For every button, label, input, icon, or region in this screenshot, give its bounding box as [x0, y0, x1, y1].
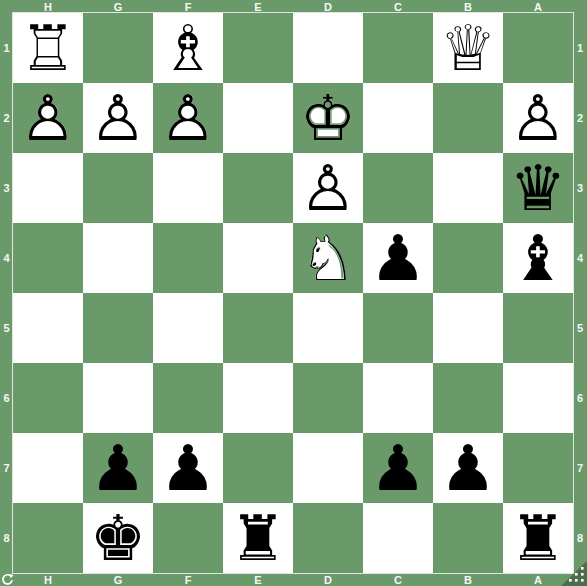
square-a6[interactable] — [503, 363, 573, 433]
flip-board-button[interactable] — [1, 572, 14, 585]
piece-white-rook-h1[interactable]: ♜♖ — [13, 13, 83, 83]
rank-label-7: 7 — [573, 433, 587, 503]
square-a2[interactable]: ♟♙ — [503, 83, 573, 153]
rank-label-6: 6 — [573, 363, 587, 433]
pawn-glyph: ♟ — [433, 433, 503, 503]
file-label-b: B — [433, 573, 503, 586]
square-c5[interactable] — [363, 293, 433, 363]
bishop-glyph: ♝ — [503, 223, 573, 293]
square-b8[interactable] — [433, 503, 503, 573]
file-label-a: A — [503, 0, 573, 13]
king-glyph: ♚ — [293, 83, 363, 153]
bishop-outline-glyph: ♗ — [153, 13, 223, 83]
piece-black-pawn-g7[interactable]: ♟ — [83, 433, 153, 503]
square-e1[interactable] — [223, 13, 293, 83]
chess-board[interactable]: ♜♖♝♗♛♕♟♙♟♙♟♙♚♔♟♙♟♙♛♞♘♟♝♟♟♟♟♚♜♜ — [13, 13, 573, 573]
square-e2[interactable] — [223, 83, 293, 153]
rook-outline-glyph: ♖ — [13, 13, 83, 83]
piece-white-pawn-h2[interactable]: ♟♙ — [13, 83, 83, 153]
bishop-glyph: ♝ — [153, 13, 223, 83]
rank-label-7: 7 — [0, 433, 13, 503]
square-d6[interactable] — [293, 363, 363, 433]
square-h5[interactable] — [13, 293, 83, 363]
flip-board-icon — [1, 573, 14, 586]
piece-white-queen-b1[interactable]: ♛♕ — [433, 13, 503, 83]
square-c3[interactable] — [363, 153, 433, 223]
file-labels-bottom: HGFEDCBA — [13, 573, 573, 586]
queen-glyph: ♛ — [503, 153, 573, 223]
rank-label-4: 4 — [0, 223, 13, 293]
pawn-outline-glyph: ♙ — [503, 83, 573, 153]
square-e3[interactable] — [223, 153, 293, 223]
rank-label-5: 5 — [573, 293, 587, 363]
square-h6[interactable] — [13, 363, 83, 433]
square-f7[interactable]: ♟ — [153, 433, 223, 503]
square-a4[interactable]: ♝ — [503, 223, 573, 293]
square-c1[interactable] — [363, 13, 433, 83]
piece-white-knight-d4[interactable]: ♞♘ — [293, 223, 363, 293]
pawn-glyph: ♟ — [153, 433, 223, 503]
square-c7[interactable]: ♟ — [363, 433, 433, 503]
square-b1[interactable]: ♛♕ — [433, 13, 503, 83]
file-label-c: C — [363, 573, 433, 586]
square-g4[interactable] — [83, 223, 153, 293]
square-g8[interactable]: ♚ — [83, 503, 153, 573]
rank-label-2: 2 — [573, 83, 587, 153]
queen-outline-glyph: ♕ — [433, 13, 503, 83]
file-label-g: G — [83, 0, 153, 13]
piece-black-king-g8[interactable]: ♚ — [83, 503, 153, 573]
piece-white-pawn-a2[interactable]: ♟♙ — [503, 83, 573, 153]
square-d8[interactable] — [293, 503, 363, 573]
file-label-e: E — [223, 573, 293, 586]
square-b3[interactable] — [433, 153, 503, 223]
file-labels-top: HGFEDCBA — [13, 0, 573, 13]
rank-label-1: 1 — [0, 13, 13, 83]
square-b4[interactable] — [433, 223, 503, 293]
file-label-e: E — [223, 0, 293, 13]
square-b6[interactable] — [433, 363, 503, 433]
pawn-glyph: ♟ — [83, 433, 153, 503]
rank-label-3: 3 — [0, 153, 13, 223]
file-label-b: B — [433, 0, 503, 13]
file-label-d: D — [293, 573, 363, 586]
square-a3[interactable]: ♛ — [503, 153, 573, 223]
rank-labels-left: 12345678 — [0, 13, 13, 573]
square-g7[interactable]: ♟ — [83, 433, 153, 503]
square-h8[interactable] — [13, 503, 83, 573]
resize-grip-icon — [560, 561, 587, 586]
pawn-outline-glyph: ♙ — [293, 153, 363, 223]
rook-glyph: ♜ — [13, 13, 83, 83]
pawn-glyph: ♟ — [503, 83, 573, 153]
square-c6[interactable] — [363, 363, 433, 433]
square-e8[interactable]: ♜ — [223, 503, 293, 573]
knight-outline-glyph: ♘ — [293, 223, 363, 293]
square-f6[interactable] — [153, 363, 223, 433]
pawn-glyph: ♟ — [83, 83, 153, 153]
file-label-c: C — [363, 0, 433, 13]
square-b2[interactable] — [433, 83, 503, 153]
piece-black-pawn-b7[interactable]: ♟ — [433, 433, 503, 503]
square-e5[interactable] — [223, 293, 293, 363]
square-a1[interactable] — [503, 13, 573, 83]
square-f1[interactable]: ♝♗ — [153, 13, 223, 83]
knight-glyph: ♞ — [293, 223, 363, 293]
square-g3[interactable] — [83, 153, 153, 223]
pawn-glyph: ♟ — [13, 83, 83, 153]
pawn-outline-glyph: ♙ — [83, 83, 153, 153]
pawn-outline-glyph: ♙ — [153, 83, 223, 153]
piece-black-pawn-c7[interactable]: ♟ — [363, 433, 433, 503]
pawn-glyph: ♟ — [363, 433, 433, 503]
square-f3[interactable] — [153, 153, 223, 223]
square-d2[interactable]: ♚♔ — [293, 83, 363, 153]
rank-label-3: 3 — [573, 153, 587, 223]
piece-black-pawn-f7[interactable]: ♟ — [153, 433, 223, 503]
square-f2[interactable]: ♟♙ — [153, 83, 223, 153]
piece-white-pawn-f2[interactable]: ♟♙ — [153, 83, 223, 153]
square-h7[interactable] — [13, 433, 83, 503]
rank-label-5: 5 — [0, 293, 13, 363]
square-f4[interactable] — [153, 223, 223, 293]
square-d4[interactable]: ♞♘ — [293, 223, 363, 293]
piece-white-bishop-f1[interactable]: ♝♗ — [153, 13, 223, 83]
square-a7[interactable] — [503, 433, 573, 503]
rank-label-8: 8 — [0, 503, 13, 573]
resize-handle[interactable] — [560, 561, 587, 586]
rank-label-4: 4 — [573, 223, 587, 293]
pawn-glyph: ♟ — [293, 153, 363, 223]
square-d5[interactable] — [293, 293, 363, 363]
square-c8[interactable] — [363, 503, 433, 573]
file-label-h: H — [13, 0, 83, 13]
square-g5[interactable] — [83, 293, 153, 363]
square-h4[interactable] — [13, 223, 83, 293]
square-e6[interactable] — [223, 363, 293, 433]
rank-label-1: 1 — [573, 13, 587, 83]
pawn-glyph: ♟ — [153, 83, 223, 153]
piece-black-rook-e8[interactable]: ♜ — [223, 503, 293, 573]
square-f8[interactable] — [153, 503, 223, 573]
square-b7[interactable]: ♟ — [433, 433, 503, 503]
square-g6[interactable] — [83, 363, 153, 433]
pawn-outline-glyph: ♙ — [13, 83, 83, 153]
square-c2[interactable] — [363, 83, 433, 153]
square-e4[interactable] — [223, 223, 293, 293]
chess-board-widget: HGFEDCBA 12345678 ♜♖♝♗♛♕♟♙♟♙♟♙♚♔♟♙♟♙♛♞♘♟… — [0, 0, 587, 586]
king-outline-glyph: ♔ — [293, 83, 363, 153]
piece-black-bishop-a4[interactable]: ♝ — [503, 223, 573, 293]
square-d3[interactable]: ♟♙ — [293, 153, 363, 223]
square-h3[interactable] — [13, 153, 83, 223]
square-a5[interactable] — [503, 293, 573, 363]
rank-label-2: 2 — [0, 83, 13, 153]
square-g1[interactable] — [83, 13, 153, 83]
file-label-d: D — [293, 0, 363, 13]
file-label-h: H — [13, 573, 83, 586]
square-d1[interactable] — [293, 13, 363, 83]
file-label-f: F — [153, 573, 223, 586]
rank-labels-right: 12345678 — [573, 13, 587, 573]
rook-glyph: ♜ — [223, 503, 293, 573]
piece-black-pawn-c4[interactable]: ♟ — [363, 223, 433, 293]
piece-white-pawn-g2[interactable]: ♟♙ — [83, 83, 153, 153]
piece-white-king-d2[interactable]: ♚♔ — [293, 83, 363, 153]
rank-label-6: 6 — [0, 363, 13, 433]
square-h2[interactable]: ♟♙ — [13, 83, 83, 153]
square-e7[interactable] — [223, 433, 293, 503]
square-h1[interactable]: ♜♖ — [13, 13, 83, 83]
piece-black-queen-a3[interactable]: ♛ — [503, 153, 573, 223]
file-label-g: G — [83, 573, 153, 586]
pawn-glyph: ♟ — [363, 223, 433, 293]
square-f5[interactable] — [153, 293, 223, 363]
piece-white-pawn-d3[interactable]: ♟♙ — [293, 153, 363, 223]
queen-glyph: ♛ — [433, 13, 503, 83]
file-label-f: F — [153, 0, 223, 13]
square-g2[interactable]: ♟♙ — [83, 83, 153, 153]
square-d7[interactable] — [293, 433, 363, 503]
square-b5[interactable] — [433, 293, 503, 363]
square-c4[interactable]: ♟ — [363, 223, 433, 293]
king-glyph: ♚ — [83, 503, 153, 573]
